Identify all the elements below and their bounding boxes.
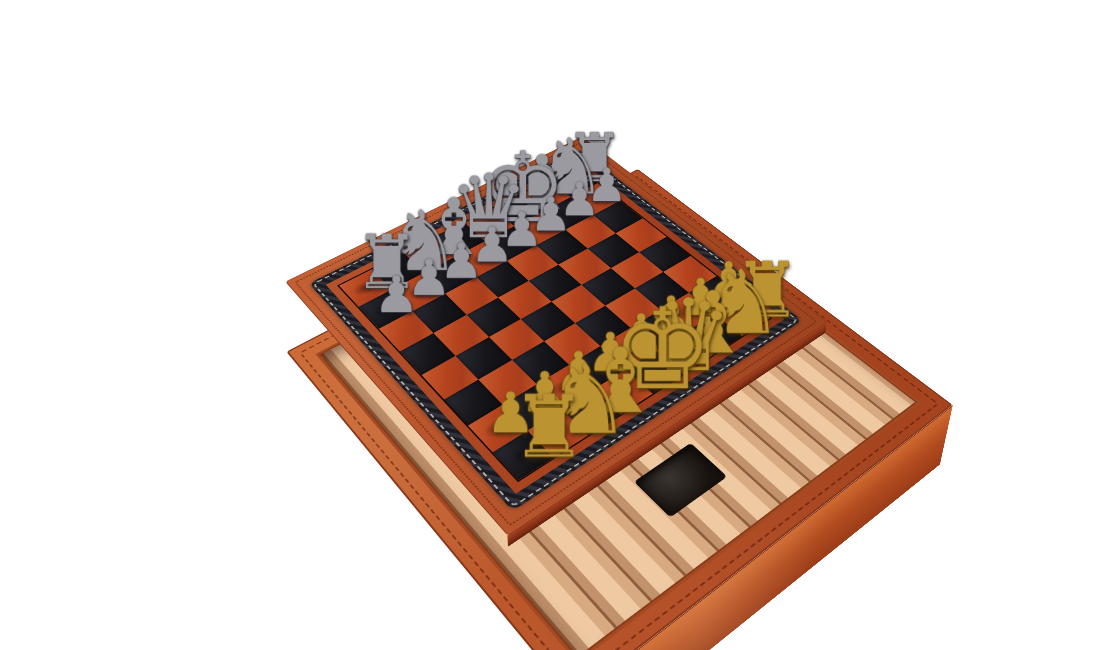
brass-rook[interactable]: ♜ [511,388,555,465]
pewter-pawn[interactable]: ♟ [374,271,413,316]
tray-compartment-hole [634,443,727,518]
scene: ♜♞♝♛♚♝♞♜♟♟♟♟♟♟♟♟♟♟♟♟♟♟♟♟♜♞♝♚♛♝♞♜ [0,0,1100,650]
product-photo-chess-set: ♜♞♝♛♚♝♞♜♟♟♟♟♟♟♟♟♟♟♟♟♟♟♟♟♜♞♝♚♛♝♞♜ [0,0,1100,650]
